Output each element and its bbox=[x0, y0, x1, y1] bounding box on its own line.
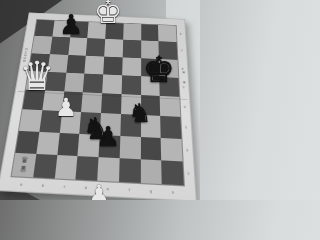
square-c2[interactable] bbox=[57, 132, 80, 155]
white-queen-b4[interactable]: ♛ bbox=[19, 56, 55, 96]
board-grid: ♛♛ bbox=[12, 20, 184, 185]
file-label-d: d bbox=[85, 186, 87, 191]
square-h2[interactable] bbox=[161, 137, 183, 161]
board-fastener-rivet bbox=[183, 81, 185, 83]
square-f2[interactable] bbox=[119, 135, 140, 159]
scene: CHESS ♛♛ abcdefgh 87654321 ♚♟♚♛♟♞♞♟♟ bbox=[0, 0, 200, 200]
board-fastener-rivet bbox=[183, 71, 185, 73]
square-d6[interactable] bbox=[85, 55, 105, 74]
square-e6[interactable] bbox=[103, 56, 122, 75]
black-pawn-c7[interactable]: ♟ bbox=[59, 11, 83, 38]
rank-label-3: 3 bbox=[185, 126, 187, 130]
rank-label-2: 2 bbox=[186, 148, 188, 152]
photo-chessboard-scene: { "game": "chess", "position": "4K3/2p5/… bbox=[0, 0, 200, 200]
square-d5[interactable] bbox=[83, 73, 103, 93]
rank-label-1: 1 bbox=[187, 171, 189, 175]
square-g1[interactable] bbox=[140, 159, 162, 184]
square-b2[interactable] bbox=[36, 131, 59, 154]
square-f6[interactable] bbox=[122, 57, 141, 76]
black-king-h5[interactable]: ♚ bbox=[143, 52, 175, 88]
file-label-c: c bbox=[63, 184, 65, 189]
rank-label-6: 6 bbox=[182, 67, 184, 70]
black-pawn-e2[interactable]: ♟ bbox=[96, 123, 120, 150]
square-b1[interactable] bbox=[33, 154, 57, 179]
square-c6[interactable] bbox=[66, 55, 86, 74]
square-c7[interactable] bbox=[68, 38, 88, 56]
file-label-a: a bbox=[20, 182, 23, 187]
square-f1[interactable] bbox=[119, 158, 141, 183]
rank-label-8: 8 bbox=[180, 33, 182, 36]
square-g2[interactable] bbox=[140, 136, 161, 160]
square-c1[interactable] bbox=[54, 155, 77, 180]
square-e7[interactable] bbox=[104, 39, 123, 57]
white-pawn-c3[interactable]: ♟ bbox=[55, 95, 77, 120]
square-h8[interactable] bbox=[158, 25, 176, 42]
rank-label-4: 4 bbox=[184, 105, 186, 109]
square-f5[interactable] bbox=[121, 75, 140, 95]
white-pawn-offboard[interactable]: ♟ bbox=[88, 182, 110, 200]
square-e1[interactable] bbox=[97, 157, 119, 182]
square-d7[interactable] bbox=[86, 38, 105, 56]
file-label-h: h bbox=[172, 190, 174, 195]
file-label-f: f bbox=[129, 188, 130, 193]
square-f7[interactable] bbox=[122, 40, 140, 58]
file-label-g: g bbox=[150, 189, 152, 194]
corner-emblem-mirror: ♛ bbox=[19, 165, 28, 172]
square-e5[interactable] bbox=[102, 74, 122, 94]
square-h1[interactable] bbox=[161, 160, 183, 185]
square-d1[interactable] bbox=[76, 156, 99, 181]
file-label-b: b bbox=[41, 183, 44, 188]
square-f8[interactable] bbox=[123, 24, 141, 41]
black-knight-f3[interactable]: ♞ bbox=[128, 100, 151, 126]
white-king-e8[interactable]: ♚ bbox=[94, 0, 123, 28]
rank-label-5: 5 bbox=[183, 86, 185, 90]
chessboard: CHESS ♛♛ abcdefgh 87654321 bbox=[0, 12, 197, 200]
square-c5[interactable] bbox=[64, 72, 85, 92]
rank-label-7: 7 bbox=[181, 49, 183, 52]
square-g8[interactable] bbox=[141, 24, 159, 41]
square-h3[interactable] bbox=[160, 116, 181, 138]
